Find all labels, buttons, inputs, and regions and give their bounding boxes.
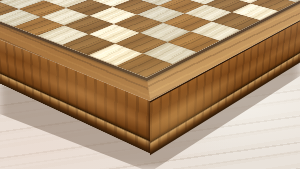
chessboard-photo (0, 0, 300, 169)
board-scene (0, 0, 300, 169)
